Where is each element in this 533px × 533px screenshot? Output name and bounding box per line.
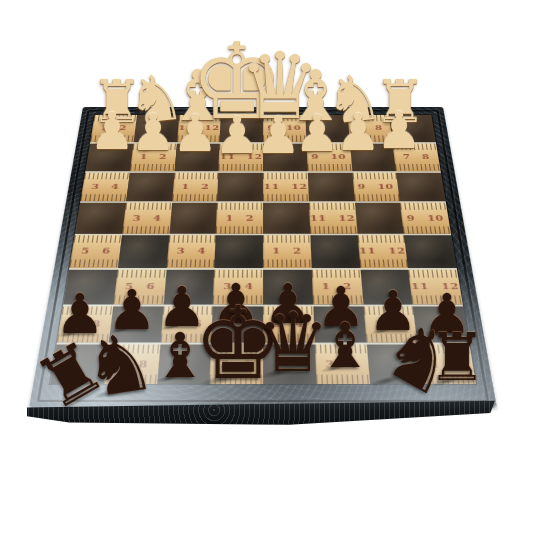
piece-white-pawn-h2[interactable]: ♟ [89, 106, 135, 157]
piece-white-pawn-f2[interactable]: ♟ [172, 108, 218, 159]
piece-white-pawn-e2[interactable]: ♟ [214, 110, 260, 161]
piece-black-rook-a8[interactable]: ♜ [427, 325, 486, 391]
piece-white-pawn-b2[interactable]: ♟ [335, 107, 381, 158]
piece-black-bishop-c8[interactable]: ♝ [317, 315, 373, 377]
piece-black-knight-g8[interactable]: ♞ [78, 321, 160, 410]
photo-canvas: 1 211 129 107 81 211 129 107 83 41 211 1… [0, 0, 533, 533]
piece-white-pawn-g2[interactable]: ♟ [130, 107, 176, 158]
piece-white-pawn-c2[interactable]: ♟ [294, 108, 340, 159]
piece-white-pawn-a2[interactable]: ♟ [376, 105, 422, 156]
pieces-layer: ♜♞♝♚♛♝♞♜♟♟♟♟♟♟♟♟♟♟♟♟♟♟♟♟♜♞♝♚♛♝♞♜ [0, 0, 533, 533]
